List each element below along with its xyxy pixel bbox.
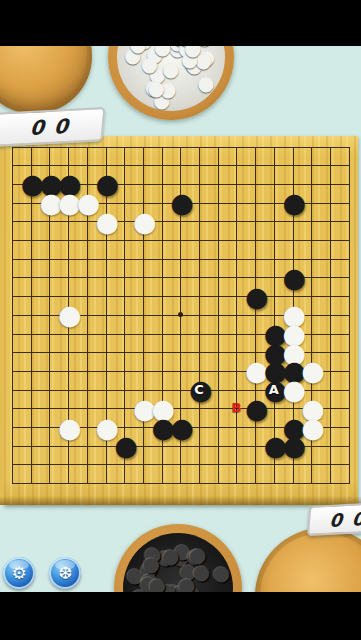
black-stone: ●: [170, 193, 190, 213]
black-stone-in-bowl: ●: [178, 578, 193, 593]
white-stone: ●: [58, 193, 78, 213]
white-stone-in-bowl: ●: [197, 76, 212, 91]
grid-line: [349, 147, 350, 485]
black-stone-in-bowl: ●: [213, 566, 228, 581]
black-stone: ●: [245, 399, 265, 419]
stone-glyph: ●: [245, 287, 265, 307]
white-stone: ●: [58, 418, 78, 438]
stone-glyph: ●: [133, 212, 153, 232]
status-bar-bottom: [0, 592, 361, 640]
white-stone-in-bowl: ●: [147, 81, 162, 96]
black-stone: ●: [245, 287, 265, 307]
stone-glyph: ●: [133, 399, 153, 419]
black-stone: ●: [283, 193, 303, 213]
point-label-A: A: [266, 382, 282, 398]
gear-icon: ⚙: [11, 565, 26, 582]
hint-button[interactable]: ❆: [49, 557, 81, 589]
white-stone: ●: [283, 380, 303, 400]
stone-glyph: ●: [58, 418, 78, 438]
stone-glyph: ●: [77, 193, 97, 213]
black-stone-in-bowl: ●: [148, 578, 163, 593]
black-stone: ●: [283, 436, 303, 456]
stone-glyph: ●: [152, 418, 172, 438]
status-bar-top: [0, 0, 361, 46]
white-stone: ●: [58, 305, 78, 325]
grid-line: [12, 483, 350, 484]
grid-line: [199, 147, 200, 485]
black-stone: ●: [283, 268, 303, 288]
stone-glyph: ●: [283, 193, 303, 213]
grid-line: [236, 147, 237, 485]
white-stone: ●: [133, 399, 153, 419]
stone-glyph: ●: [114, 436, 134, 456]
stone-glyph: ●: [96, 418, 116, 438]
stone-glyph: ●: [245, 399, 265, 419]
stone-glyph: ●: [58, 305, 78, 325]
sparkle-burst-icon: ❆: [58, 565, 72, 582]
stone-glyph: ●: [170, 418, 190, 438]
grid-line: [330, 147, 331, 485]
point-label-C: C: [191, 382, 207, 398]
white-stone: ●: [245, 361, 265, 381]
capture-counter-white: 0 0: [307, 502, 361, 536]
grid-line: [255, 147, 256, 485]
stone-glyph: ●: [170, 193, 190, 213]
black-stone: ●: [152, 418, 172, 438]
stone-glyph: ●: [39, 193, 59, 213]
stone-glyph: ●: [264, 436, 284, 456]
black-stone: ●: [264, 436, 284, 456]
black-stone: ●: [21, 174, 41, 194]
white-stone-in-bowl: ●: [162, 62, 177, 77]
stone-glyph: ●: [58, 193, 78, 213]
counter-value: 0: [329, 509, 343, 531]
stone-glyph: ●: [283, 436, 303, 456]
grid-line: [12, 408, 350, 409]
grid-line: [218, 147, 219, 485]
stone-glyph: ●: [21, 174, 41, 194]
white-stone: ●: [96, 212, 116, 232]
stone-glyph: ●: [245, 361, 265, 381]
white-stone: ●: [96, 418, 116, 438]
white-stone: ●: [77, 193, 97, 213]
grid-line: [12, 464, 350, 465]
counter-value: 0: [53, 114, 69, 139]
stone-glyph: ●: [96, 212, 116, 232]
go-app-screen: ●●●●●●●●●●●●●●●●●●●●●●●●●●●●●●●●●● 0 0 ●…: [0, 0, 361, 640]
stone-glyph: ●: [283, 380, 303, 400]
black-stone: ●: [114, 436, 134, 456]
white-stone: ●: [39, 193, 59, 213]
stone-glyph: ●: [283, 268, 303, 288]
counter-value: 0: [351, 508, 361, 530]
capture-counter-black: 0 0: [0, 107, 105, 147]
black-stone: ●: [170, 418, 190, 438]
counter-value: 0: [29, 115, 45, 140]
go-board[interactable]: ●●●●●●●●●●●●●●●●●●●●●●●●●●●●●●●●●●●●●●●A…: [4, 136, 358, 505]
white-stone: ●: [133, 212, 153, 232]
point-label-B: B: [228, 400, 244, 416]
settings-button[interactable]: ⚙: [3, 557, 35, 589]
star-point: [178, 312, 183, 317]
black-stone-in-bowl: ●: [162, 549, 177, 564]
